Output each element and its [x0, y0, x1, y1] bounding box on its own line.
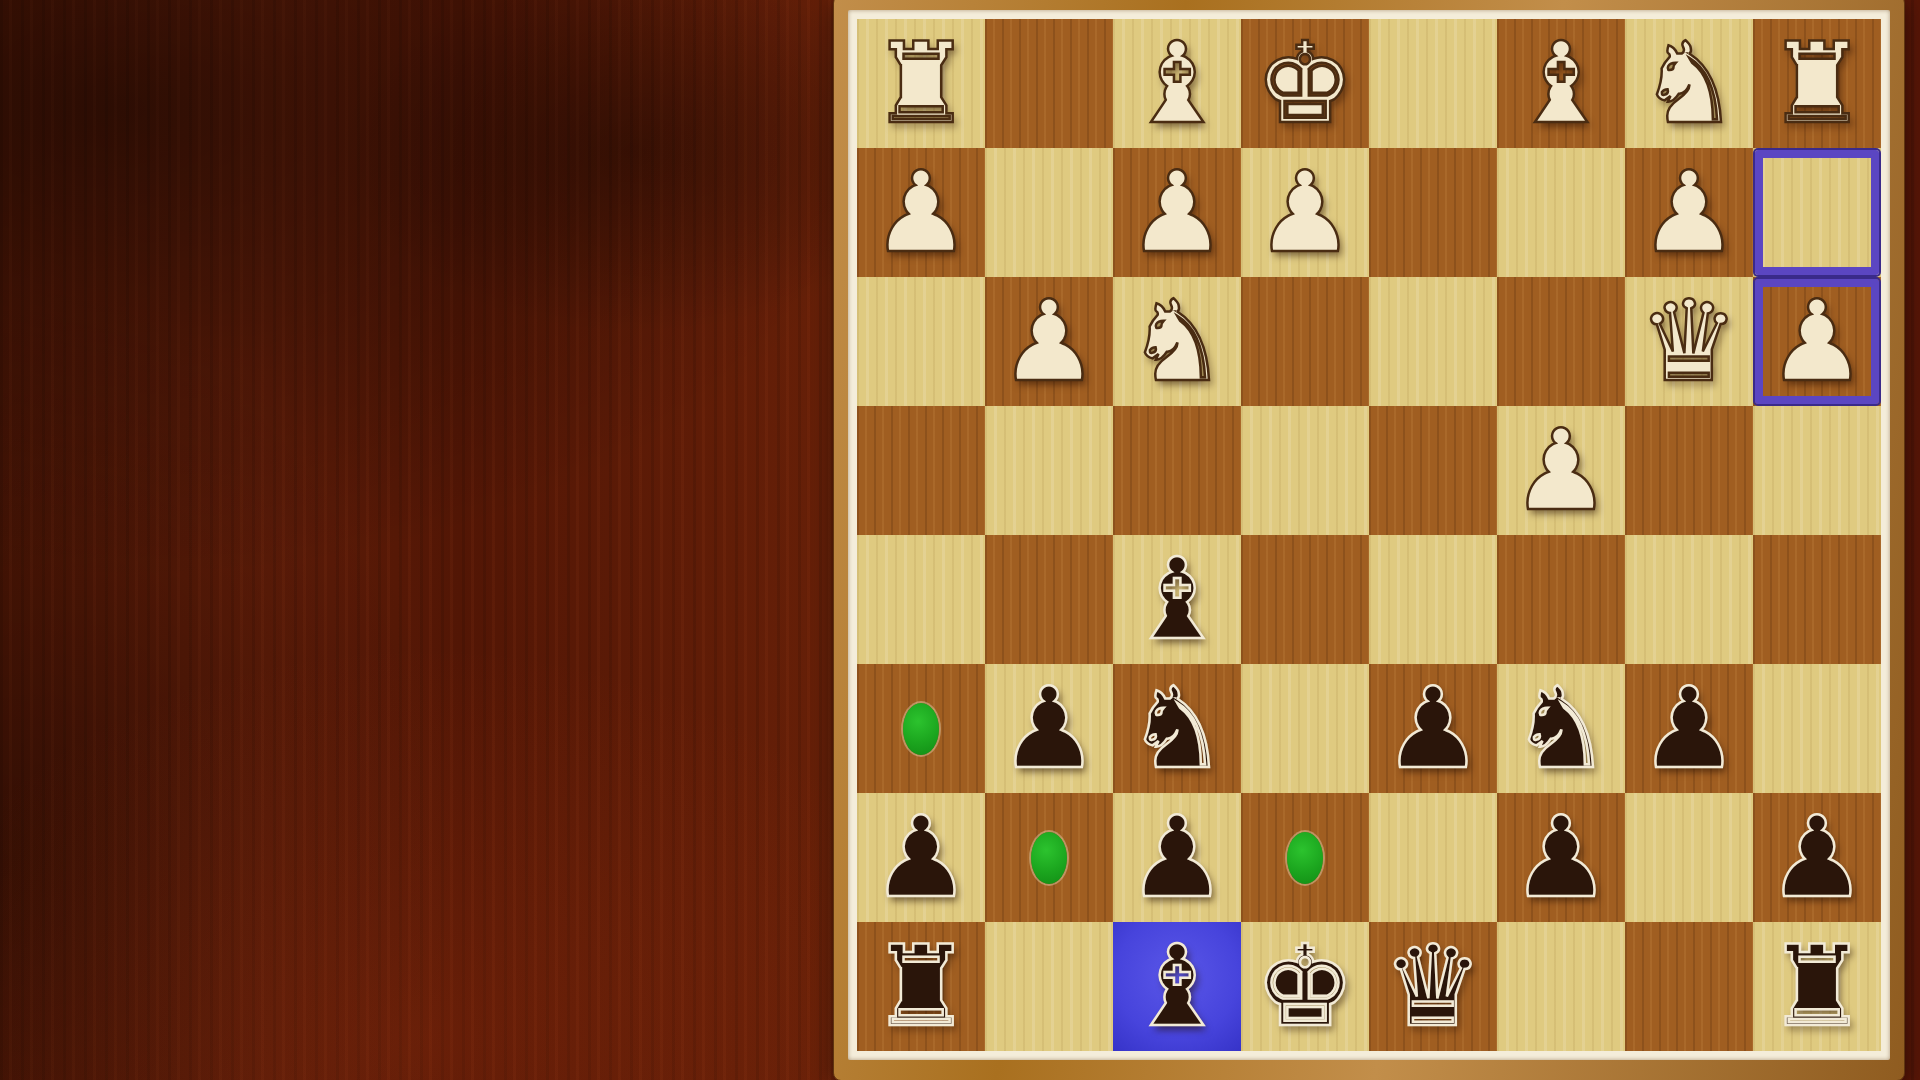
square-c4[interactable]: ♟	[1497, 406, 1625, 535]
square-e5[interactable]	[1241, 535, 1369, 664]
square-e2[interactable]: ♟	[1241, 148, 1369, 277]
piece-white-pawn[interactable]: ♟	[1127, 148, 1227, 277]
piece-black-bishop[interactable]: ♝	[1127, 535, 1227, 664]
piece-white-king[interactable]: ♚	[1255, 19, 1355, 148]
square-d7[interactable]	[1369, 793, 1497, 922]
piece-white-bishop[interactable]: ♝	[1127, 19, 1227, 148]
square-d5[interactable]	[1369, 535, 1497, 664]
chess-board-frame: ♜♝♚♝♞♜♟♟♟♟♟♞♛♟♟♝♟♞♟♞♟♟♟♟♟♜♝♚♛♜	[833, 0, 1905, 1080]
piece-black-rook[interactable]: ♜	[871, 922, 971, 1051]
square-c3[interactable]	[1497, 277, 1625, 406]
square-c8[interactable]	[1497, 922, 1625, 1051]
square-h5[interactable]	[857, 535, 985, 664]
square-h7[interactable]: ♟	[857, 793, 985, 922]
square-f7[interactable]: ♟	[1113, 793, 1241, 922]
piece-black-queen[interactable]: ♛	[1383, 922, 1483, 1051]
square-e7[interactable]	[1241, 793, 1369, 922]
square-h2[interactable]: ♟	[857, 148, 985, 277]
square-h8[interactable]: ♜	[857, 922, 985, 1051]
square-h6[interactable]	[857, 664, 985, 793]
square-g8[interactable]	[985, 922, 1113, 1051]
square-f8[interactable]: ♝	[1113, 922, 1241, 1051]
square-a2[interactable]	[1753, 148, 1881, 277]
square-c1[interactable]: ♝	[1497, 19, 1625, 148]
square-g7[interactable]	[985, 793, 1113, 922]
square-b6[interactable]: ♟	[1625, 664, 1753, 793]
square-b5[interactable]	[1625, 535, 1753, 664]
chess-board[interactable]: ♜♝♚♝♞♜♟♟♟♟♟♞♛♟♟♝♟♞♟♞♟♟♟♟♟♜♝♚♛♜	[857, 19, 1881, 1051]
square-c2[interactable]	[1497, 148, 1625, 277]
piece-white-rook[interactable]: ♜	[1767, 19, 1867, 148]
square-e1[interactable]: ♚	[1241, 19, 1369, 148]
piece-white-pawn[interactable]: ♟	[1639, 148, 1739, 277]
square-d6[interactable]: ♟	[1369, 664, 1497, 793]
square-h4[interactable]	[857, 406, 985, 535]
piece-black-pawn[interactable]: ♟	[1383, 664, 1483, 793]
square-f4[interactable]	[1113, 406, 1241, 535]
piece-white-bishop[interactable]: ♝	[1511, 19, 1611, 148]
piece-black-knight[interactable]: ♞	[1127, 664, 1227, 793]
square-b7[interactable]	[1625, 793, 1753, 922]
square-g1[interactable]	[985, 19, 1113, 148]
square-e4[interactable]	[1241, 406, 1369, 535]
piece-white-pawn[interactable]: ♟	[1767, 277, 1867, 406]
square-g6[interactable]: ♟	[985, 664, 1113, 793]
square-e3[interactable]	[1241, 277, 1369, 406]
square-d3[interactable]	[1369, 277, 1497, 406]
square-e8[interactable]: ♚	[1241, 922, 1369, 1051]
square-a1[interactable]: ♜	[1753, 19, 1881, 148]
piece-white-knight[interactable]: ♞	[1639, 19, 1739, 148]
square-d8[interactable]: ♛	[1369, 922, 1497, 1051]
square-b1[interactable]: ♞	[1625, 19, 1753, 148]
square-g3[interactable]: ♟	[985, 277, 1113, 406]
piece-white-pawn[interactable]: ♟	[1255, 148, 1355, 277]
piece-white-pawn[interactable]: ♟	[871, 148, 971, 277]
wood-table-background: ♜♝♚♝♞♜♟♟♟♟♟♞♛♟♟♝♟♞♟♞♟♟♟♟♟♜♝♚♛♜	[0, 0, 1920, 1080]
piece-black-pawn[interactable]: ♟	[1767, 793, 1867, 922]
legal-move-dot[interactable]	[1287, 832, 1323, 884]
square-a7[interactable]: ♟	[1753, 793, 1881, 922]
piece-black-pawn[interactable]: ♟	[871, 793, 971, 922]
square-f1[interactable]: ♝	[1113, 19, 1241, 148]
piece-black-king[interactable]: ♚	[1255, 922, 1355, 1051]
square-a8[interactable]: ♜	[1753, 922, 1881, 1051]
square-b3[interactable]: ♛	[1625, 277, 1753, 406]
square-b2[interactable]: ♟	[1625, 148, 1753, 277]
piece-black-pawn[interactable]: ♟	[999, 664, 1099, 793]
piece-black-pawn[interactable]: ♟	[1639, 664, 1739, 793]
piece-black-pawn[interactable]: ♟	[1511, 793, 1611, 922]
square-b8[interactable]	[1625, 922, 1753, 1051]
piece-black-bishop[interactable]: ♝	[1127, 922, 1227, 1051]
square-g2[interactable]	[985, 148, 1113, 277]
square-e6[interactable]	[1241, 664, 1369, 793]
piece-white-queen[interactable]: ♛	[1639, 277, 1739, 406]
piece-black-rook[interactable]: ♜	[1767, 922, 1867, 1051]
square-f2[interactable]: ♟	[1113, 148, 1241, 277]
piece-black-pawn[interactable]: ♟	[1127, 793, 1227, 922]
piece-white-knight[interactable]: ♞	[1127, 277, 1227, 406]
piece-black-knight[interactable]: ♞	[1511, 664, 1611, 793]
square-a4[interactable]	[1753, 406, 1881, 535]
square-f5[interactable]: ♝	[1113, 535, 1241, 664]
square-h1[interactable]: ♜	[857, 19, 985, 148]
square-h3[interactable]	[857, 277, 985, 406]
square-f6[interactable]: ♞	[1113, 664, 1241, 793]
square-b4[interactable]	[1625, 406, 1753, 535]
square-d4[interactable]	[1369, 406, 1497, 535]
square-g4[interactable]	[985, 406, 1113, 535]
square-d1[interactable]	[1369, 19, 1497, 148]
piece-white-rook[interactable]: ♜	[871, 19, 971, 148]
square-f3[interactable]: ♞	[1113, 277, 1241, 406]
square-a5[interactable]	[1753, 535, 1881, 664]
piece-white-pawn[interactable]: ♟	[1511, 406, 1611, 535]
square-g5[interactable]	[985, 535, 1113, 664]
piece-white-pawn[interactable]: ♟	[999, 277, 1099, 406]
legal-move-dot[interactable]	[903, 703, 939, 755]
square-c7[interactable]: ♟	[1497, 793, 1625, 922]
square-c6[interactable]: ♞	[1497, 664, 1625, 793]
square-a3[interactable]: ♟	[1753, 277, 1881, 406]
board-inner-border: ♜♝♚♝♞♜♟♟♟♟♟♞♛♟♟♝♟♞♟♞♟♟♟♟♟♜♝♚♛♜	[848, 10, 1890, 1060]
legal-move-dot[interactable]	[1031, 832, 1067, 884]
square-d2[interactable]	[1369, 148, 1497, 277]
square-a6[interactable]	[1753, 664, 1881, 793]
square-c5[interactable]	[1497, 535, 1625, 664]
